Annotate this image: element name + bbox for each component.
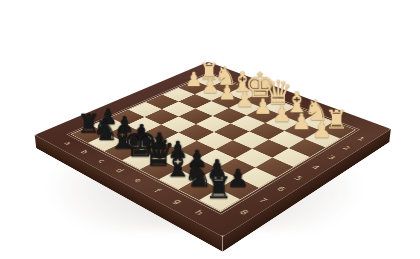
piece-white-pawn[interactable]: ♟ — [235, 89, 254, 110]
piece-black-rook[interactable]: ♜ — [205, 172, 232, 202]
piece-white-pawn[interactable]: ♟ — [201, 76, 219, 96]
piece-white-pawn[interactable]: ♟ — [253, 96, 272, 117]
piece-white-pawn[interactable]: ♟ — [312, 118, 332, 140]
piece-white-pawn[interactable]: ♟ — [272, 103, 291, 125]
perspective-container: abcdefgh 12345678 ♜♞♝♚♛♝♞♜♟♟♟♟♟♟♟♟♟♟♟♟♟♟… — [0, 0, 420, 259]
piece-white-pawn[interactable]: ♟ — [291, 111, 311, 133]
chess-board-frame: abcdefgh 12345678 ♜♞♝♚♛♝♞♜♟♟♟♟♟♟♟♟♟♟♟♟♟♟… — [35, 61, 391, 236]
piece-white-pawn[interactable]: ♟ — [185, 69, 203, 89]
piece-white-pawn[interactable]: ♟ — [218, 82, 236, 102]
chess-set-photo-scene: abcdefgh 12345678 ♜♞♝♚♛♝♞♜♟♟♟♟♟♟♟♟♟♟♟♟♟♟… — [0, 0, 420, 259]
